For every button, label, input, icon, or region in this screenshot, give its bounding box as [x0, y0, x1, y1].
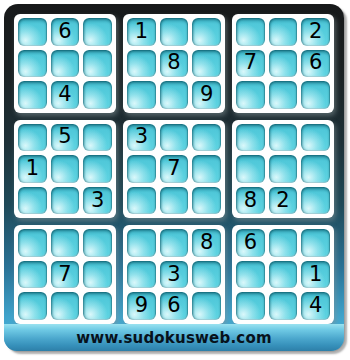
cell-r8c9[interactable]: 1: [301, 261, 330, 289]
cell-r9c9[interactable]: 4: [301, 292, 330, 320]
cell-r2c9[interactable]: 6: [301, 50, 330, 78]
given-digit: 3: [135, 126, 148, 147]
box-1-3: 276: [232, 14, 334, 113]
cell-r7c1[interactable]: [18, 229, 47, 257]
given-digit: 5: [58, 126, 71, 147]
cell-r9c1[interactable]: [18, 292, 47, 320]
box-1-1: 64: [14, 14, 116, 113]
given-digit: 6: [244, 232, 257, 253]
given-digit: 2: [276, 190, 289, 211]
box-3-3: 614: [232, 225, 334, 324]
given-digit: 4: [58, 84, 71, 105]
cell-r2c6[interactable]: [192, 50, 221, 78]
cell-r1c9[interactable]: 2: [301, 18, 330, 46]
cell-r6c2[interactable]: [51, 187, 80, 215]
cell-r5c2[interactable]: [51, 155, 80, 183]
given-digit: 8: [167, 52, 180, 73]
cell-r8c7[interactable]: [236, 261, 265, 289]
cell-r3c2[interactable]: 4: [51, 81, 80, 109]
cell-r6c5[interactable]: [160, 187, 189, 215]
cell-r1c6[interactable]: [192, 18, 221, 46]
cell-r2c7[interactable]: 7: [236, 50, 265, 78]
cell-r9c8[interactable]: [269, 292, 298, 320]
cell-r8c5[interactable]: 3: [160, 261, 189, 289]
cell-r7c9[interactable]: [301, 229, 330, 257]
cell-r5c5[interactable]: 7: [160, 155, 189, 183]
box-3-1: 7: [14, 225, 116, 324]
cell-r2c8[interactable]: [269, 50, 298, 78]
cell-r3c1[interactable]: [18, 81, 47, 109]
cell-r3c9[interactable]: [301, 81, 330, 109]
cell-r8c8[interactable]: [269, 261, 298, 289]
cell-r1c2[interactable]: 6: [51, 18, 80, 46]
cell-r7c2[interactable]: [51, 229, 80, 257]
cell-r1c1[interactable]: [18, 18, 47, 46]
cell-r9c2[interactable]: [51, 292, 80, 320]
sudoku-board: 64189276513378278396614 www.sudokusweb.c…: [4, 4, 344, 351]
box-1-2: 189: [123, 14, 225, 113]
cell-r8c1[interactable]: [18, 261, 47, 289]
cell-r3c4[interactable]: [127, 81, 156, 109]
cell-r9c4[interactable]: 9: [127, 292, 156, 320]
cell-r2c1[interactable]: [18, 50, 47, 78]
given-digit: 9: [200, 84, 213, 105]
cell-r9c5[interactable]: 6: [160, 292, 189, 320]
cell-r2c5[interactable]: 8: [160, 50, 189, 78]
cell-r7c8[interactable]: [269, 229, 298, 257]
cell-r3c7[interactable]: [236, 81, 265, 109]
cell-r5c9[interactable]: [301, 155, 330, 183]
cell-r8c4[interactable]: [127, 261, 156, 289]
cell-r6c8[interactable]: 2: [269, 187, 298, 215]
given-digit: 6: [167, 295, 180, 316]
given-digit: 1: [309, 264, 322, 285]
cell-r5c7[interactable]: [236, 155, 265, 183]
cell-r1c5[interactable]: [160, 18, 189, 46]
cell-r5c6[interactable]: [192, 155, 221, 183]
cell-r6c7[interactable]: 8: [236, 187, 265, 215]
given-digit: 6: [58, 21, 71, 42]
cell-r2c2[interactable]: [51, 50, 80, 78]
given-digit: 3: [91, 190, 104, 211]
given-digit: 2: [309, 21, 322, 42]
cell-r2c4[interactable]: [127, 50, 156, 78]
cell-r3c6[interactable]: 9: [192, 81, 221, 109]
cell-r7c7[interactable]: 6: [236, 229, 265, 257]
cell-r4c7[interactable]: [236, 124, 265, 152]
given-digit: 8: [244, 190, 257, 211]
cell-r3c8[interactable]: [269, 81, 298, 109]
cell-r6c3[interactable]: 3: [83, 187, 112, 215]
cell-r6c6[interactable]: [192, 187, 221, 215]
cell-r7c6[interactable]: 8: [192, 229, 221, 257]
given-digit: 4: [309, 295, 322, 316]
given-digit: 9: [135, 295, 148, 316]
cell-r7c4[interactable]: [127, 229, 156, 257]
cell-r9c3[interactable]: [83, 292, 112, 320]
box-2-3: 82: [232, 120, 334, 219]
cell-r4c8[interactable]: [269, 124, 298, 152]
given-digit: 3: [167, 264, 180, 285]
given-digit: 6: [309, 52, 322, 73]
box-3-2: 8396: [123, 225, 225, 324]
cell-r3c3[interactable]: [83, 81, 112, 109]
cell-r2c3[interactable]: [83, 50, 112, 78]
cell-r8c2[interactable]: 7: [51, 261, 80, 289]
cell-r7c5[interactable]: [160, 229, 189, 257]
cell-r1c3[interactable]: [83, 18, 112, 46]
given-digit: 1: [135, 21, 148, 42]
cell-r8c3[interactable]: [83, 261, 112, 289]
given-digit: 1: [26, 158, 39, 179]
website-link[interactable]: www.sudokusweb.com: [76, 329, 271, 347]
given-digit: 7: [244, 52, 257, 73]
given-digit: 7: [167, 158, 180, 179]
cell-r6c4[interactable]: [127, 187, 156, 215]
cell-r5c4[interactable]: [127, 155, 156, 183]
cell-r5c1[interactable]: 1: [18, 155, 47, 183]
cell-r4c3[interactable]: [83, 124, 112, 152]
given-digit: 8: [200, 232, 213, 253]
cell-r1c4[interactable]: 1: [127, 18, 156, 46]
cell-r4c4[interactable]: 3: [127, 124, 156, 152]
cell-r1c7[interactable]: [236, 18, 265, 46]
cell-r7c3[interactable]: [83, 229, 112, 257]
cell-r4c9[interactable]: [301, 124, 330, 152]
cell-r6c1[interactable]: [18, 187, 47, 215]
cell-r4c2[interactable]: 5: [51, 124, 80, 152]
given-digit: 7: [58, 264, 71, 285]
box-2-1: 513: [14, 120, 116, 219]
box-2-2: 37: [123, 120, 225, 219]
cell-r4c6[interactable]: [192, 124, 221, 152]
cell-r3c5[interactable]: [160, 81, 189, 109]
board-boxes: 64189276513378278396614: [14, 14, 334, 324]
cell-r1c8[interactable]: [269, 18, 298, 46]
footer-bar: www.sudokusweb.com: [4, 324, 344, 351]
cell-r9c6[interactable]: [192, 292, 221, 320]
cell-r4c1[interactable]: [18, 124, 47, 152]
cell-r9c7[interactable]: [236, 292, 265, 320]
cell-r5c3[interactable]: [83, 155, 112, 183]
cell-r8c6[interactable]: [192, 261, 221, 289]
cell-r5c8[interactable]: [269, 155, 298, 183]
cell-r6c9[interactable]: [301, 187, 330, 215]
cell-r4c5[interactable]: [160, 124, 189, 152]
